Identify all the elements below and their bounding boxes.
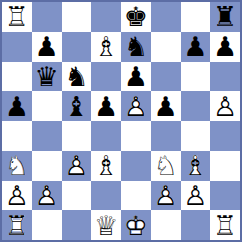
white-knight-icon-fill: ♞: [151, 151, 181, 181]
white-pawn-icon: ♙: [210, 91, 240, 121]
black-queen-icon: ♛: [32, 62, 62, 92]
square-a7[interactable]: [2, 32, 32, 62]
square-h7[interactable]: ♟: [210, 32, 240, 62]
white-pawn-icon: ♙: [181, 181, 211, 211]
square-e2[interactable]: [121, 181, 151, 211]
square-g8[interactable]: [181, 2, 211, 32]
white-rook-icon-fill: ♜: [2, 210, 32, 240]
black-pawn-icon: ♟: [121, 62, 151, 92]
square-a4[interactable]: [2, 121, 32, 151]
square-b2[interactable]: ♟♙: [32, 181, 62, 211]
white-bishop-icon-fill: ♝: [91, 32, 121, 62]
square-f6[interactable]: [151, 62, 181, 92]
square-b7[interactable]: ♟: [32, 32, 62, 62]
black-pawn-icon: ♟: [151, 91, 181, 121]
black-rook-icon: ♜: [210, 2, 240, 32]
chess-board: ♜♖♚♜♟♝♗♞♟♟♛♞♟♟♝♟♟♙♟♟♙♞♘♟♙♝♗♞♘♝♗♟♙♟♙♟♙♟♙♜…: [0, 0, 242, 242]
white-pawn-icon-fill: ♟: [32, 181, 62, 211]
square-h8[interactable]: ♜: [210, 2, 240, 32]
square-b1[interactable]: [32, 210, 62, 240]
square-a5[interactable]: ♟: [2, 91, 32, 121]
square-c2[interactable]: [62, 181, 92, 211]
white-bishop-icon: ♗: [91, 32, 121, 62]
black-pawn-icon: ♟: [91, 91, 121, 121]
white-bishop-icon: ♗: [91, 151, 121, 181]
square-a2[interactable]: ♟♙: [2, 181, 32, 211]
square-d3[interactable]: ♝♗: [91, 151, 121, 181]
white-pawn-icon: ♙: [2, 181, 32, 211]
white-pawn-icon-fill: ♟: [2, 181, 32, 211]
white-pawn-icon: ♙: [32, 181, 62, 211]
square-f3[interactable]: ♞♘: [151, 151, 181, 181]
white-king-icon: ♔: [121, 210, 151, 240]
square-e3[interactable]: [121, 151, 151, 181]
square-d7[interactable]: ♝♗: [91, 32, 121, 62]
square-f5[interactable]: ♟: [151, 91, 181, 121]
square-f7[interactable]: [151, 32, 181, 62]
white-pawn-icon-fill: ♟: [62, 151, 92, 181]
square-g5[interactable]: [181, 91, 211, 121]
square-g6[interactable]: [181, 62, 211, 92]
square-f8[interactable]: [151, 2, 181, 32]
square-b4[interactable]: [32, 121, 62, 151]
white-pawn-icon-fill: ♟: [210, 91, 240, 121]
white-rook-icon: ♖: [210, 210, 240, 240]
white-rook-icon: ♖: [2, 210, 32, 240]
square-g1[interactable]: [181, 210, 211, 240]
square-c4[interactable]: [62, 121, 92, 151]
square-c6[interactable]: ♞: [62, 62, 92, 92]
square-h5[interactable]: ♟♙: [210, 91, 240, 121]
square-d8[interactable]: [91, 2, 121, 32]
square-e4[interactable]: [121, 121, 151, 151]
square-c5[interactable]: ♝: [62, 91, 92, 121]
square-e8[interactable]: ♚: [121, 2, 151, 32]
square-a6[interactable]: [2, 62, 32, 92]
white-king-icon-fill: ♚: [121, 210, 151, 240]
white-pawn-icon: ♙: [62, 151, 92, 181]
white-knight-icon: ♘: [151, 151, 181, 181]
square-d5[interactable]: ♟: [91, 91, 121, 121]
square-g2[interactable]: ♟♙: [181, 181, 211, 211]
white-rook-icon: ♖: [2, 2, 32, 32]
square-d2[interactable]: [91, 181, 121, 211]
white-bishop-icon: ♗: [181, 151, 211, 181]
square-a8[interactable]: ♜♖: [2, 2, 32, 32]
square-e1[interactable]: ♚♔: [121, 210, 151, 240]
white-bishop-icon-fill: ♝: [91, 151, 121, 181]
black-pawn-icon: ♟: [181, 32, 211, 62]
square-f2[interactable]: ♟♙: [151, 181, 181, 211]
square-e7[interactable]: ♞: [121, 32, 151, 62]
square-d1[interactable]: ♛♕: [91, 210, 121, 240]
square-d4[interactable]: [91, 121, 121, 151]
square-b6[interactable]: ♛: [32, 62, 62, 92]
square-g7[interactable]: ♟: [181, 32, 211, 62]
white-pawn-icon-fill: ♟: [181, 181, 211, 211]
white-bishop-icon-fill: ♝: [181, 151, 211, 181]
black-king-icon: ♚: [121, 2, 151, 32]
square-g3[interactable]: ♝♗: [181, 151, 211, 181]
white-queen-icon-fill: ♛: [91, 210, 121, 240]
square-e5[interactable]: ♟♙: [121, 91, 151, 121]
square-f4[interactable]: [151, 121, 181, 151]
square-h4[interactable]: [210, 121, 240, 151]
square-h3[interactable]: [210, 151, 240, 181]
white-pawn-icon-fill: ♟: [151, 181, 181, 211]
square-a3[interactable]: ♞♘: [2, 151, 32, 181]
white-pawn-icon: ♙: [151, 181, 181, 211]
square-d6[interactable]: [91, 62, 121, 92]
black-pawn-icon: ♟: [32, 32, 62, 62]
square-g4[interactable]: [181, 121, 211, 151]
square-f1[interactable]: [151, 210, 181, 240]
square-b8[interactable]: [32, 2, 62, 32]
white-pawn-icon-fill: ♟: [121, 91, 151, 121]
black-pawn-icon: ♟: [2, 91, 32, 121]
square-b5[interactable]: [32, 91, 62, 121]
white-queen-icon: ♕: [91, 210, 121, 240]
square-h6[interactable]: [210, 62, 240, 92]
black-knight-icon: ♞: [121, 32, 151, 62]
square-a1[interactable]: ♜♖: [2, 210, 32, 240]
white-rook-icon-fill: ♜: [210, 210, 240, 240]
black-bishop-icon: ♝: [62, 91, 92, 121]
square-e6[interactable]: ♟: [121, 62, 151, 92]
black-pawn-icon: ♟: [210, 32, 240, 62]
square-h1[interactable]: ♜♖: [210, 210, 240, 240]
white-knight-icon-fill: ♞: [2, 151, 32, 181]
black-knight-icon: ♞: [62, 62, 92, 92]
square-c3[interactable]: ♟♙: [62, 151, 92, 181]
white-rook-icon-fill: ♜: [2, 2, 32, 32]
square-c7[interactable]: [62, 32, 92, 62]
square-c8[interactable]: [62, 2, 92, 32]
white-knight-icon: ♘: [2, 151, 32, 181]
square-c1[interactable]: [62, 210, 92, 240]
square-b3[interactable]: [32, 151, 62, 181]
white-pawn-icon: ♙: [121, 91, 151, 121]
square-h2[interactable]: [210, 181, 240, 211]
